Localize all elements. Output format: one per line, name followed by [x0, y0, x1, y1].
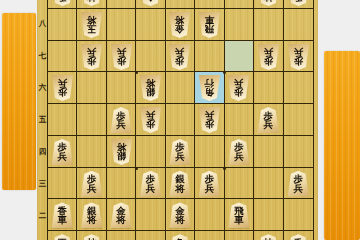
square-57[interactable]: 歩兵: [166, 41, 195, 73]
square-79[interactable]: [225, 0, 254, 9]
square-85[interactable]: 歩兵: [254, 104, 283, 136]
square-21[interactable]: 桂馬: [77, 231, 106, 240]
piece-sente-gold[interactable]: 金将: [139, 0, 162, 6]
piece-kanji: 桂: [264, 0, 274, 3]
piece-sente-lance[interactable]: 香車: [287, 0, 310, 6]
piece-gote-knight[interactable]: 桂馬: [80, 234, 103, 240]
square-95[interactable]: [284, 104, 313, 136]
piece-gote-silver[interactable]: 銀将: [168, 171, 191, 197]
piece-kanji: 兵: [294, 47, 304, 57]
square-84[interactable]: [254, 136, 283, 168]
square-26[interactable]: [77, 72, 106, 104]
piece-sente-pawn[interactable]: 歩兵: [198, 107, 221, 133]
piece-sente-pawn[interactable]: 歩兵: [227, 75, 250, 101]
piece-kanji: 飛: [205, 25, 215, 35]
piece-kanji: 兵: [264, 47, 274, 57]
piece-sente-silver[interactable]: 銀将: [110, 139, 133, 165]
square-74[interactable]: 歩兵: [225, 136, 254, 168]
square-66[interactable]: 角行: [195, 72, 224, 104]
piece-sente-pawn[interactable]: 歩兵: [51, 75, 74, 101]
square-23[interactable]: 歩兵: [77, 168, 106, 200]
square-22[interactable]: 銀将: [77, 199, 106, 231]
piece-sente-lance[interactable]: 香車: [51, 0, 74, 6]
hoshi-dot: [223, 71, 226, 74]
square-62[interactable]: [195, 199, 224, 231]
square-47[interactable]: [136, 41, 165, 73]
square-12[interactable]: 香車: [48, 199, 77, 231]
square-96[interactable]: [284, 72, 313, 104]
piece-gote-pawn[interactable]: 歩兵: [227, 139, 250, 165]
hoshi-dot: [223, 167, 226, 170]
piece-kanji: 玉: [87, 25, 97, 35]
square-58[interactable]: 金将: [166, 9, 195, 41]
piece-kanji: 兵: [264, 120, 274, 130]
piece-sente-pawn[interactable]: 歩兵: [80, 44, 103, 70]
piece-gote-rook[interactable]: 飛車: [227, 202, 250, 228]
square-71[interactable]: [225, 231, 254, 240]
piece-gote-gold[interactable]: 金将: [110, 202, 133, 228]
square-32[interactable]: 金将: [107, 199, 136, 231]
square-34[interactable]: 銀将: [107, 136, 136, 168]
piece-kanji: 車: [234, 215, 244, 225]
square-41[interactable]: [136, 231, 165, 240]
square-31[interactable]: [107, 231, 136, 240]
piece-gote-pawn[interactable]: 歩兵: [198, 171, 221, 197]
piece-kanji: 歩: [234, 88, 244, 98]
square-39[interactable]: [107, 0, 136, 9]
komadai-right[interactable]: [324, 51, 360, 240]
square-18[interactable]: [48, 9, 77, 41]
piece-kanji: 将: [87, 15, 97, 25]
piece-kanji: 兵: [175, 47, 185, 57]
piece-kanji: 兵: [116, 120, 126, 130]
square-64[interactable]: [195, 136, 224, 168]
piece-sente-knight[interactable]: 桂馬: [80, 0, 103, 6]
piece-sente-pawn[interactable]: 歩兵: [110, 44, 133, 70]
square-59[interactable]: [166, 0, 195, 9]
square-63[interactable]: 歩兵: [195, 168, 224, 200]
piece-kanji: 歩: [146, 120, 156, 130]
square-49[interactable]: 金将: [136, 0, 165, 9]
piece-kanji: 将: [175, 215, 185, 225]
piece-gote-lance[interactable]: 香車: [287, 234, 310, 240]
square-38[interactable]: [107, 9, 136, 41]
piece-sente-gold[interactable]: 金将: [168, 12, 191, 38]
komadai-left[interactable]: [2, 13, 36, 190]
piece-kanji: 兵: [146, 184, 156, 194]
square-78[interactable]: [225, 9, 254, 41]
piece-gote-bishop[interactable]: 角行: [168, 234, 191, 240]
square-33[interactable]: [107, 168, 136, 200]
square-65[interactable]: 歩兵: [195, 104, 224, 136]
piece-kanji: 兵: [205, 111, 215, 121]
square-67[interactable]: [195, 41, 224, 73]
square-68[interactable]: 飛車: [195, 9, 224, 41]
square-25[interactable]: [77, 104, 106, 136]
piece-kanji: 将: [116, 215, 126, 225]
piece-kanji: 桂: [87, 0, 97, 3]
square-14[interactable]: 歩兵: [48, 136, 77, 168]
square-76[interactable]: 歩兵: [225, 72, 254, 104]
piece-sente-silver[interactable]: 銀将: [139, 75, 162, 101]
square-46[interactable]: 銀将: [136, 72, 165, 104]
piece-kanji: 銀: [116, 152, 126, 162]
piece-kanji: 兵: [175, 152, 185, 162]
piece-kanji: 銀: [146, 88, 156, 98]
piece-gote-gold[interactable]: 金将: [168, 202, 191, 228]
shogi-app: 九八七六五四三二一 香車桂馬金将桂馬香車玉将金将飛車歩兵歩兵歩兵歩兵歩兵歩兵銀将…: [0, 0, 360, 240]
piece-sente-pawn[interactable]: 歩兵: [168, 44, 191, 70]
square-81[interactable]: 桂馬: [254, 231, 283, 240]
square-88[interactable]: [254, 9, 283, 41]
piece-gote-pawn[interactable]: 歩兵: [110, 107, 133, 133]
piece-sente-bishop[interactable]: 角行: [198, 75, 221, 101]
piece-gote-lance[interactable]: 香車: [51, 202, 74, 228]
piece-kanji: 歩: [57, 88, 67, 98]
square-51[interactable]: 角行: [166, 231, 195, 240]
square-86[interactable]: [254, 72, 283, 104]
piece-gote-pawn[interactable]: 歩兵: [287, 171, 310, 197]
piece-kanji: 兵: [205, 184, 215, 194]
square-75[interactable]: [225, 104, 254, 136]
square-97[interactable]: 歩兵: [284, 41, 313, 73]
piece-kanji: 金: [175, 25, 185, 35]
piece-kanji: 将: [146, 79, 156, 89]
piece-kanji: 将: [175, 15, 185, 25]
square-82[interactable]: [254, 199, 283, 231]
piece-kanji: 行: [205, 79, 215, 89]
piece-kanji: 兵: [146, 111, 156, 121]
square-15[interactable]: [48, 104, 77, 136]
piece-gote-silver[interactable]: 銀将: [80, 202, 103, 228]
square-93[interactable]: 歩兵: [284, 168, 313, 200]
square-53[interactable]: 銀将: [166, 168, 195, 200]
piece-gote-pawn[interactable]: 歩兵: [257, 107, 280, 133]
piece-kanji: 将: [87, 215, 97, 225]
square-16[interactable]: 歩兵: [48, 72, 77, 104]
piece-gote-pawn[interactable]: 歩兵: [139, 171, 162, 197]
hoshi-dot: [135, 71, 138, 74]
piece-kanji: 兵: [234, 79, 244, 89]
square-72[interactable]: 飛車: [225, 199, 254, 231]
piece-sente-rook[interactable]: 飛車: [198, 12, 221, 38]
shogi-board: 九八七六五四三二一 香車桂馬金将桂馬香車玉将金将飛車歩兵歩兵歩兵歩兵歩兵歩兵銀将…: [37, 0, 318, 240]
piece-gote-pawn[interactable]: 歩兵: [51, 139, 74, 165]
square-48[interactable]: [136, 9, 165, 41]
square-17[interactable]: [48, 41, 77, 73]
square-54[interactable]: 歩兵: [166, 136, 195, 168]
square-28[interactable]: 玉将: [77, 9, 106, 41]
square-73[interactable]: [225, 168, 254, 200]
piece-kanji: 金: [146, 0, 156, 3]
piece-kanji: 車: [57, 215, 67, 225]
piece-gote-king[interactable]: 王将: [51, 234, 74, 240]
piece-kanji: 兵: [234, 152, 244, 162]
square-19[interactable]: 香車: [48, 0, 77, 9]
square-52[interactable]: 金将: [166, 199, 195, 231]
square-37[interactable]: 歩兵: [107, 41, 136, 73]
square-27[interactable]: 歩兵: [77, 41, 106, 73]
square-35[interactable]: 歩兵: [107, 104, 136, 136]
piece-kanji: 車: [205, 15, 215, 25]
piece-kanji: 将: [175, 184, 185, 194]
piece-sente-king[interactable]: 玉将: [80, 12, 103, 38]
piece-kanji: 兵: [57, 152, 67, 162]
piece-sente-pawn[interactable]: 歩兵: [287, 44, 310, 70]
square-99[interactable]: 香車: [284, 0, 313, 9]
piece-kanji: 兵: [116, 47, 126, 57]
piece-kanji: 角: [205, 88, 215, 98]
square-77[interactable]: [225, 41, 254, 73]
square-94[interactable]: [284, 136, 313, 168]
square-43[interactable]: 歩兵: [136, 168, 165, 200]
piece-kanji: 兵: [87, 184, 97, 194]
square-44[interactable]: [136, 136, 165, 168]
hoshi-dot: [135, 167, 138, 170]
piece-sente-pawn[interactable]: 歩兵: [139, 107, 162, 133]
square-92[interactable]: [284, 199, 313, 231]
square-11[interactable]: 王将: [48, 231, 77, 240]
piece-kanji: 香: [57, 0, 67, 3]
board-grid: 香車桂馬金将桂馬香車玉将金将飛車歩兵歩兵歩兵歩兵歩兵歩兵銀将角行歩兵歩兵歩兵歩兵…: [47, 0, 314, 240]
square-55[interactable]: [166, 104, 195, 136]
piece-kanji: 歩: [205, 120, 215, 130]
square-29[interactable]: 桂馬: [77, 0, 106, 9]
piece-kanji: 香: [294, 0, 304, 3]
square-36[interactable]: [107, 72, 136, 104]
square-56[interactable]: [166, 72, 195, 104]
square-87[interactable]: 歩兵: [254, 41, 283, 73]
square-24[interactable]: [77, 136, 106, 168]
piece-kanji: 兵: [294, 184, 304, 194]
piece-gote-knight[interactable]: 桂馬: [257, 234, 280, 240]
piece-kanji: 兵: [87, 47, 97, 57]
piece-kanji: 兵: [57, 79, 67, 89]
piece-gote-pawn[interactable]: 歩兵: [168, 139, 191, 165]
square-89[interactable]: 桂馬: [254, 0, 283, 9]
square-98[interactable]: [284, 9, 313, 41]
square-45[interactable]: 歩兵: [136, 104, 165, 136]
piece-sente-knight[interactable]: 桂馬: [257, 0, 280, 6]
square-83[interactable]: [254, 168, 283, 200]
piece-gote-pawn[interactable]: 歩兵: [80, 171, 103, 197]
piece-kanji: 将: [116, 142, 126, 152]
square-61[interactable]: [195, 231, 224, 240]
piece-sente-pawn[interactable]: 歩兵: [257, 44, 280, 70]
square-69[interactable]: [195, 0, 224, 9]
square-13[interactable]: [48, 168, 77, 200]
square-91[interactable]: 香車: [284, 231, 313, 240]
square-42[interactable]: [136, 199, 165, 231]
